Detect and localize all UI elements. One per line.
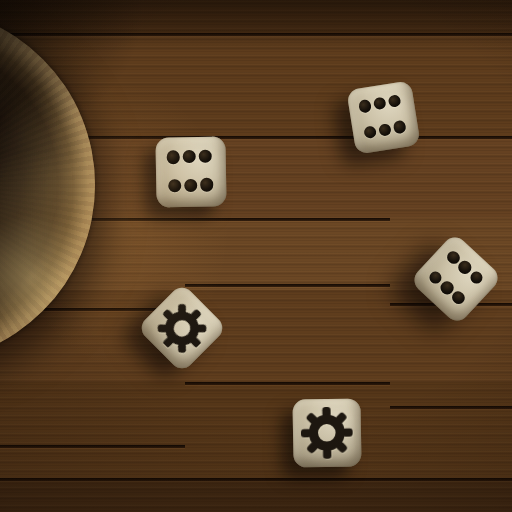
die-6[interactable]	[351, 85, 416, 150]
dice-layer	[0, 0, 512, 512]
die-6[interactable]	[423, 246, 489, 312]
gear-icon	[148, 294, 217, 363]
pip	[387, 93, 401, 107]
pip	[184, 179, 198, 193]
pip	[449, 289, 467, 307]
die-gear[interactable]	[150, 296, 214, 360]
pip	[183, 150, 197, 164]
pip	[358, 99, 372, 113]
die-face-6	[346, 80, 420, 154]
die-face-gear	[292, 398, 361, 467]
pip	[467, 269, 485, 287]
pip	[392, 120, 406, 134]
pip	[377, 122, 391, 136]
pip	[199, 149, 213, 163]
gear-icon	[301, 407, 354, 460]
die-gear[interactable]	[293, 399, 361, 467]
table-scene	[0, 0, 512, 512]
pip	[168, 179, 182, 193]
pip	[372, 96, 386, 110]
die-face-6	[155, 136, 226, 207]
pip	[363, 125, 377, 139]
pip	[200, 178, 214, 192]
die-face-gear	[137, 283, 228, 374]
die-face-6	[409, 232, 502, 325]
pip	[166, 150, 180, 164]
die-6[interactable]	[156, 137, 226, 207]
